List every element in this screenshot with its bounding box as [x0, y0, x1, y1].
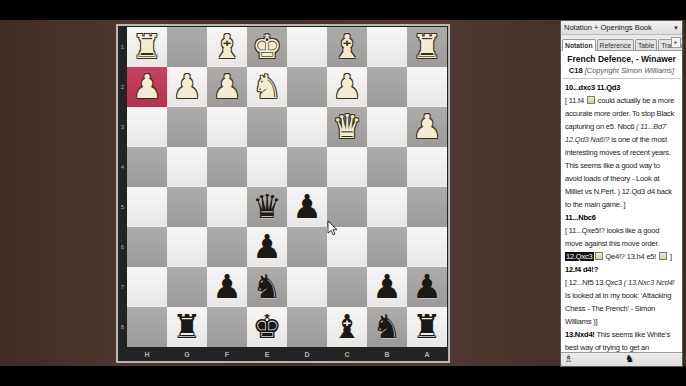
square-e3[interactable]: [247, 107, 287, 147]
square-h6[interactable]: [127, 227, 167, 267]
chess-board: 12345678 ♜♝♚♝♜♟♟♟♞♟♛♟♛♟♟♟♞♟♟♜♚♝♞♜ HGFEDC…: [116, 24, 450, 363]
black-bishop[interactable]: ♝: [332, 307, 362, 347]
square-g7[interactable]: [167, 267, 207, 307]
square-d7[interactable]: [287, 267, 327, 307]
square-c8[interactable]: ♝: [327, 307, 367, 347]
square-h1[interactable]: ♜: [127, 27, 167, 67]
square-b8[interactable]: ♞: [367, 307, 407, 347]
square-b5[interactable]: [367, 187, 407, 227]
rank-label-1: 1: [118, 44, 127, 50]
square-d5[interactable]: ♟: [287, 187, 327, 227]
rank-label-8: 8: [118, 324, 127, 330]
tab-notation[interactable]: Notation: [562, 39, 596, 51]
square-g6[interactable]: [167, 227, 207, 267]
square-a2[interactable]: [407, 67, 447, 107]
square-a5[interactable]: [407, 187, 447, 227]
selected-move[interactable]: 12.Qxc3: [565, 252, 594, 261]
file-label-c: C: [327, 351, 367, 358]
square-e1[interactable]: ♚: [247, 27, 287, 67]
panel-tab-bar: NotationReferenceTableTrainingScore▸: [561, 35, 682, 51]
square-d3[interactable]: [287, 107, 327, 147]
square-h8[interactable]: [127, 307, 167, 347]
notation-run: ( 13.Nxc3 Ncd4!: [624, 278, 675, 287]
notation-paragraph: 10...dxc3 11.Qd3: [565, 81, 678, 94]
diagram-icon: [595, 252, 603, 260]
notation-text: 10...dxc3 11.Qd3[ 11.f4 could actually b…: [561, 79, 682, 352]
notation-run: [ 11.f4: [565, 96, 586, 105]
white-pawn[interactable]: ♟: [332, 67, 362, 107]
square-a8[interactable]: ♜: [407, 307, 447, 347]
square-b1[interactable]: [367, 27, 407, 67]
notation-run: 13.Nxd4!: [565, 330, 595, 339]
white-bishop[interactable]: ♝: [212, 27, 242, 67]
square-b7[interactable]: ♟: [367, 267, 407, 307]
square-d2[interactable]: [287, 67, 327, 107]
black-rook[interactable]: ♜: [412, 307, 442, 347]
square-h3[interactable]: [127, 107, 167, 147]
rank-label-7: 7: [118, 284, 127, 290]
file-label-g: G: [167, 351, 207, 358]
square-e2[interactable]: ♞: [247, 67, 287, 107]
file-label-h: H: [127, 351, 167, 358]
material-balance-bar: ♗ ♞: [561, 352, 682, 366]
tab-reference[interactable]: Reference: [597, 39, 634, 50]
square-g8[interactable]: ♜: [167, 307, 207, 347]
black-pawn[interactable]: ♟: [212, 267, 242, 307]
square-a6[interactable]: [407, 227, 447, 267]
square-e5[interactable]: ♛: [247, 187, 287, 227]
tab-scroll-icon[interactable]: ▸: [671, 37, 681, 48]
eco-code: C18: [569, 66, 583, 75]
square-c4[interactable]: [327, 147, 367, 187]
square-b4[interactable]: [367, 147, 407, 187]
square-h2[interactable]: ♟: [127, 67, 167, 107]
file-label-f: F: [207, 351, 247, 358]
square-f6[interactable]: [207, 227, 247, 267]
square-g3[interactable]: [167, 107, 207, 147]
white-bishop[interactable]: ♝: [332, 27, 362, 67]
notation-run: 12.f4 d4!?: [565, 265, 598, 274]
notation-paragraph: [ 11...Qxe5!? looks like a good move aga…: [565, 224, 678, 263]
panel-title-bar[interactable]: Notation + Openings Book ▼: [561, 21, 682, 35]
square-b3[interactable]: [367, 107, 407, 147]
diagram-icon: [659, 252, 667, 260]
square-f1[interactable]: ♝: [207, 27, 247, 67]
file-label-d: D: [287, 351, 327, 358]
rank-label-4: 4: [118, 164, 127, 170]
white-bishop-material-icon: ♗: [564, 353, 573, 365]
white-pawn[interactable]: ♟: [172, 67, 202, 107]
white-queen[interactable]: ♛: [332, 107, 362, 147]
copyright-note: [Copyright Simon Williams]: [583, 66, 675, 75]
rank-label-2: 2: [118, 84, 127, 90]
square-d8[interactable]: [287, 307, 327, 347]
rank-label-3: 3: [118, 124, 127, 130]
game-title: French Defence, - Winawer: [561, 51, 682, 65]
notation-run: 11...Nbc6: [565, 213, 596, 222]
tab-table[interactable]: Table: [635, 39, 657, 50]
square-d6[interactable]: [287, 227, 327, 267]
diagram-icon: [587, 96, 595, 104]
square-f5[interactable]: [207, 187, 247, 227]
white-rook[interactable]: ♜: [412, 27, 442, 67]
board-grid[interactable]: ♜♝♚♝♜♟♟♟♞♟♛♟♛♟♟♟♞♟♟♜♚♝♞♜: [127, 27, 447, 347]
white-pawn[interactable]: ♟: [412, 107, 442, 147]
white-pawn[interactable]: ♟: [132, 67, 162, 107]
notation-run: 10...dxc3 11.Qd3: [565, 83, 620, 92]
square-g4[interactable]: [167, 147, 207, 187]
black-knight[interactable]: ♞: [252, 267, 282, 307]
square-e8[interactable]: ♚: [247, 307, 287, 347]
rank-label-6: 6: [118, 244, 127, 250]
file-label-a: A: [407, 351, 447, 358]
square-f8[interactable]: [207, 307, 247, 347]
black-knight[interactable]: ♞: [372, 307, 402, 347]
square-e6[interactable]: ♟: [247, 227, 287, 267]
square-a3[interactable]: ♟: [407, 107, 447, 147]
square-h5[interactable]: [127, 187, 167, 227]
white-king[interactable]: ♚: [252, 27, 282, 67]
square-f2[interactable]: ♟: [207, 67, 247, 107]
white-pawn[interactable]: ♟: [212, 67, 242, 107]
square-h4[interactable]: [127, 147, 167, 187]
square-c2[interactable]: ♟: [327, 67, 367, 107]
notation-paragraph: 13.Nxd4! This seems like White's best wa…: [565, 328, 678, 352]
square-d4[interactable]: [287, 147, 327, 187]
black-queen[interactable]: ♛: [252, 187, 282, 227]
notation-run: Is looked at in my book: 'Attacking Ches…: [565, 291, 671, 326]
square-h7[interactable]: [127, 267, 167, 307]
square-f7[interactable]: ♟: [207, 267, 247, 307]
black-rook[interactable]: ♜: [172, 307, 202, 347]
notation-paragraph: [ 11.f4 could actually be a more accurat…: [565, 94, 678, 211]
square-e4[interactable]: [247, 147, 287, 187]
notation-run: [ 11...Qxe5!? looks like a good move aga…: [565, 226, 659, 248]
notation-paragraph: [ 12...Nf5 13.Qxc3 ( 13.Nxc3 Ncd4! Is lo…: [565, 276, 678, 328]
file-label-b: B: [367, 351, 407, 358]
square-a7[interactable]: ♟: [407, 267, 447, 307]
square-d1[interactable]: [287, 27, 327, 67]
square-f4[interactable]: [207, 147, 247, 187]
black-pawn[interactable]: ♟: [372, 267, 402, 307]
panel-title: Notation + Openings Book: [564, 23, 652, 32]
square-c3[interactable]: ♛: [327, 107, 367, 147]
square-e7[interactable]: ♞: [247, 267, 287, 307]
black-pawn[interactable]: ♟: [292, 187, 322, 227]
square-b6[interactable]: [367, 227, 407, 267]
white-knight[interactable]: ♞: [252, 67, 282, 107]
square-c1[interactable]: ♝: [327, 27, 367, 67]
mouse-cursor-icon: [327, 221, 339, 237]
notation-paragraph: 11...Nbc6: [565, 211, 678, 224]
square-b2[interactable]: [367, 67, 407, 107]
rank-label-5: 5: [118, 204, 127, 210]
square-c7[interactable]: [327, 267, 367, 307]
notation-paragraph: 12.f4 d4!?: [565, 263, 678, 276]
black-pawn[interactable]: ♟: [412, 267, 442, 307]
game-subtitle: C18 [Copyright Simon Williams]: [561, 65, 682, 78]
notation-run: [ 12...Nf5 13.Qxc3: [565, 278, 624, 287]
square-g2[interactable]: ♟: [167, 67, 207, 107]
white-rook[interactable]: ♜: [132, 27, 162, 67]
square-a1[interactable]: ♜: [407, 27, 447, 67]
chevron-down-icon[interactable]: ▼: [673, 25, 679, 31]
notation-panel: Notation + Openings Book ▼ NotationRefer…: [560, 20, 683, 367]
notation-run: ]: [668, 252, 672, 261]
file-label-e: E: [247, 351, 287, 358]
square-a4[interactable]: [407, 147, 447, 187]
black-pawn[interactable]: ♟: [252, 227, 282, 267]
square-g1[interactable]: [167, 27, 207, 67]
black-king[interactable]: ♚: [252, 307, 282, 347]
square-g5[interactable]: [167, 187, 207, 227]
notation-run: Qe4!? 13.h4 e5!: [604, 252, 659, 261]
black-knight-material-icon: ♞: [625, 353, 634, 365]
square-f3[interactable]: [207, 107, 247, 147]
